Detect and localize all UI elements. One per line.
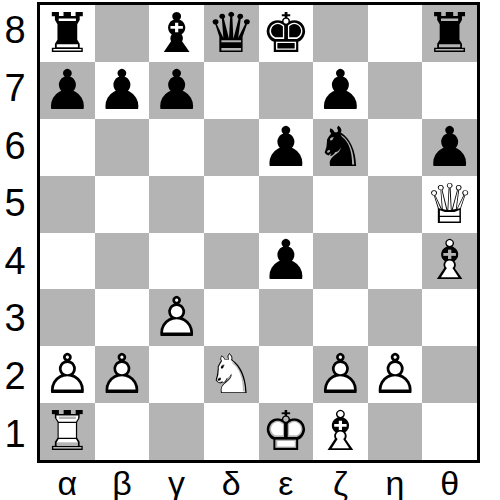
square-β3[interactable] [95, 289, 150, 346]
black-pawn-piece: ♟ [261, 120, 310, 175]
square-β1[interactable] [95, 403, 150, 460]
square-ζ3[interactable] [313, 289, 368, 346]
black-pawn-piece: ♟ [152, 63, 201, 118]
square-γ3[interactable]: ♙ [149, 289, 204, 346]
square-η2[interactable]: ♙ [368, 346, 423, 403]
square-θ3[interactable] [422, 289, 477, 346]
white-pawn-piece: ♙ [97, 347, 146, 402]
square-θ4[interactable]: ♗ [422, 233, 477, 290]
square-θ5[interactable]: ♕ [422, 176, 477, 233]
white-pawn-piece: ♙ [370, 347, 419, 402]
square-β7[interactable]: ♟ [95, 62, 150, 119]
square-γ7[interactable]: ♟ [149, 62, 204, 119]
square-β6[interactable] [95, 119, 150, 176]
rank-label-1: 1 [0, 405, 30, 463]
rank-label-5: 5 [0, 175, 30, 233]
square-ζ1[interactable]: ♗ [313, 403, 368, 460]
rank-label-8: 8 [0, 2, 30, 60]
square-β8[interactable] [95, 5, 150, 62]
white-king-piece: ♔ [261, 404, 310, 459]
black-king-piece: ♚ [261, 6, 310, 61]
white-rook-piece: ♖ [43, 404, 92, 459]
file-label-θ: θ [422, 464, 477, 500]
square-β5[interactable] [95, 176, 150, 233]
square-ζ8[interactable] [313, 5, 368, 62]
black-bishop-piece: ♝ [152, 6, 201, 61]
square-γ6[interactable] [149, 119, 204, 176]
file-label-ε: ε [259, 464, 314, 500]
black-pawn-piece: ♟ [316, 63, 365, 118]
square-ε5[interactable] [259, 176, 314, 233]
square-β4[interactable] [95, 233, 150, 290]
black-rook-piece: ♜ [425, 6, 474, 61]
square-ε2[interactable] [259, 346, 314, 403]
square-δ7[interactable] [204, 62, 259, 119]
file-label-δ: δ [204, 464, 259, 500]
black-pawn-piece: ♟ [97, 63, 146, 118]
square-η1[interactable] [368, 403, 423, 460]
white-knight-piece: ♘ [207, 347, 256, 402]
square-δ1[interactable] [204, 403, 259, 460]
square-β2[interactable]: ♙ [95, 346, 150, 403]
black-knight-piece: ♞ [316, 120, 365, 175]
square-α5[interactable] [40, 176, 95, 233]
chess-board: ♜♝♛♚♜♟♟♟♟♟♞♟♕♟♗♙♙♙♘♙♙♖♔♗ [37, 2, 480, 463]
square-γ8[interactable]: ♝ [149, 5, 204, 62]
square-ε3[interactable] [259, 289, 314, 346]
square-δ4[interactable] [204, 233, 259, 290]
square-α4[interactable] [40, 233, 95, 290]
square-α1[interactable]: ♖ [40, 403, 95, 460]
square-γ2[interactable] [149, 346, 204, 403]
square-ζ5[interactable] [313, 176, 368, 233]
square-ε6[interactable]: ♟ [259, 119, 314, 176]
square-ζ6[interactable]: ♞ [313, 119, 368, 176]
square-θ2[interactable] [422, 346, 477, 403]
square-ε8[interactable]: ♚ [259, 5, 314, 62]
file-label-β: β [95, 464, 150, 500]
chess-diagram: 87654321 ♜♝♛♚♜♟♟♟♟♟♞♟♕♟♗♙♙♙♘♙♙♖♔♗ αβγδεζ… [0, 0, 500, 500]
square-η7[interactable] [368, 62, 423, 119]
square-α2[interactable]: ♙ [40, 346, 95, 403]
file-label-α: α [40, 464, 95, 500]
black-rook-piece: ♜ [43, 6, 92, 61]
square-ζ7[interactable]: ♟ [313, 62, 368, 119]
square-ζ2[interactable]: ♙ [313, 346, 368, 403]
black-pawn-piece: ♟ [425, 120, 474, 175]
square-δ8[interactable]: ♛ [204, 5, 259, 62]
white-pawn-piece: ♙ [316, 347, 365, 402]
rank-label-4: 4 [0, 233, 30, 291]
black-pawn-piece: ♟ [261, 233, 310, 288]
square-θ1[interactable] [422, 403, 477, 460]
white-bishop-piece: ♗ [425, 233, 474, 288]
square-ε1[interactable]: ♔ [259, 403, 314, 460]
white-bishop-piece: ♗ [316, 404, 365, 459]
square-η6[interactable] [368, 119, 423, 176]
rank-labels: 87654321 [0, 2, 30, 463]
square-δ2[interactable]: ♘ [204, 346, 259, 403]
black-pawn-piece: ♟ [43, 63, 92, 118]
square-α7[interactable]: ♟ [40, 62, 95, 119]
file-label-ζ: ζ [313, 464, 368, 500]
file-label-η: η [368, 464, 423, 500]
square-α8[interactable]: ♜ [40, 5, 95, 62]
rank-label-7: 7 [0, 60, 30, 118]
square-ε7[interactable] [259, 62, 314, 119]
square-ζ4[interactable] [313, 233, 368, 290]
square-θ7[interactable] [422, 62, 477, 119]
square-ε4[interactable]: ♟ [259, 233, 314, 290]
square-δ6[interactable] [204, 119, 259, 176]
rank-label-2: 2 [0, 348, 30, 406]
square-γ1[interactable] [149, 403, 204, 460]
square-α3[interactable] [40, 289, 95, 346]
square-θ6[interactable]: ♟ [422, 119, 477, 176]
square-θ8[interactable]: ♜ [422, 5, 477, 62]
black-queen-piece: ♛ [207, 6, 256, 61]
white-pawn-piece: ♙ [43, 347, 92, 402]
file-label-γ: γ [149, 464, 204, 500]
square-α6[interactable] [40, 119, 95, 176]
rank-label-3: 3 [0, 290, 30, 348]
square-η5[interactable] [368, 176, 423, 233]
square-δ5[interactable] [204, 176, 259, 233]
square-δ3[interactable] [204, 289, 259, 346]
file-labels: αβγδεζηθ [40, 464, 477, 500]
rank-label-6: 6 [0, 117, 30, 175]
square-η4[interactable] [368, 233, 423, 290]
square-γ4[interactable] [149, 233, 204, 290]
square-η3[interactable] [368, 289, 423, 346]
white-pawn-piece: ♙ [152, 290, 201, 345]
white-queen-piece: ♕ [425, 177, 474, 232]
square-γ5[interactable] [149, 176, 204, 233]
square-η8[interactable] [368, 5, 423, 62]
